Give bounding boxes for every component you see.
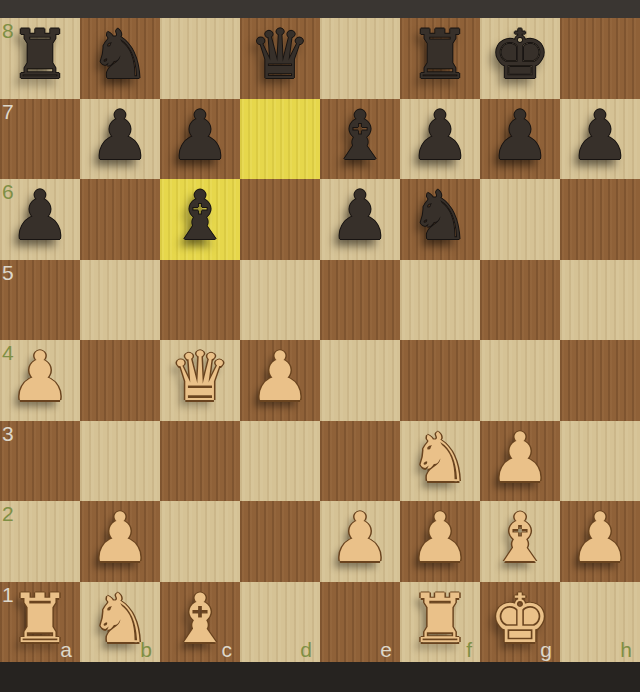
square-a3[interactable]: 3 xyxy=(0,421,80,502)
square-c3[interactable] xyxy=(160,421,240,502)
square-c6[interactable]: ♝ xyxy=(160,179,240,260)
square-c1[interactable]: c♝ xyxy=(160,582,240,663)
square-d5[interactable] xyxy=(240,260,320,341)
piece-black-bishop[interactable]: ♝ xyxy=(330,102,391,170)
square-g8[interactable]: ♚ xyxy=(480,18,560,99)
square-c8[interactable] xyxy=(160,18,240,99)
square-d8[interactable]: ♛ xyxy=(240,18,320,99)
file-label-e: e xyxy=(380,638,392,661)
piece-white-pawn[interactable]: ♟ xyxy=(90,504,151,572)
rank-label-8: 8 xyxy=(2,19,14,42)
square-f6[interactable]: ♞ xyxy=(400,179,480,260)
square-d3[interactable] xyxy=(240,421,320,502)
square-e3[interactable] xyxy=(320,421,400,502)
square-a1[interactable]: 1a♜ xyxy=(0,582,80,663)
file-label-b: b xyxy=(140,638,152,661)
rank-label-6: 6 xyxy=(2,180,14,203)
square-b6[interactable] xyxy=(80,179,160,260)
square-h3[interactable] xyxy=(560,421,640,502)
square-a2[interactable]: 2 xyxy=(0,501,80,582)
square-b5[interactable] xyxy=(80,260,160,341)
square-e5[interactable] xyxy=(320,260,400,341)
piece-white-pawn[interactable]: ♟ xyxy=(250,343,311,411)
square-e2[interactable]: ♟ xyxy=(320,501,400,582)
square-b4[interactable] xyxy=(80,340,160,421)
square-g2[interactable]: ♝ xyxy=(480,501,560,582)
square-b7[interactable]: ♟ xyxy=(80,99,160,180)
piece-white-pawn[interactable]: ♟ xyxy=(10,343,71,411)
square-h6[interactable] xyxy=(560,179,640,260)
square-a8[interactable]: 8♜ xyxy=(0,18,80,99)
square-f8[interactable]: ♜ xyxy=(400,18,480,99)
square-a5[interactable]: 5 xyxy=(0,260,80,341)
piece-white-pawn[interactable]: ♟ xyxy=(410,504,471,572)
square-h2[interactable]: ♟ xyxy=(560,501,640,582)
file-label-f: f xyxy=(466,638,472,661)
file-label-a: a xyxy=(60,638,72,661)
square-f4[interactable] xyxy=(400,340,480,421)
piece-white-bishop[interactable]: ♝ xyxy=(490,504,551,572)
piece-black-knight[interactable]: ♞ xyxy=(90,21,151,89)
piece-white-rook[interactable]: ♜ xyxy=(410,585,471,653)
square-f5[interactable] xyxy=(400,260,480,341)
square-f3[interactable]: ♞ xyxy=(400,421,480,502)
square-g1[interactable]: g♚ xyxy=(480,582,560,663)
file-label-d: d xyxy=(300,638,312,661)
square-g6[interactable] xyxy=(480,179,560,260)
square-h1[interactable]: h xyxy=(560,582,640,663)
square-d7[interactable] xyxy=(240,99,320,180)
piece-black-rook[interactable]: ♜ xyxy=(410,21,471,89)
piece-black-pawn[interactable]: ♟ xyxy=(490,102,551,170)
square-c2[interactable] xyxy=(160,501,240,582)
rank-label-3: 3 xyxy=(2,422,14,445)
square-c5[interactable] xyxy=(160,260,240,341)
square-b2[interactable]: ♟ xyxy=(80,501,160,582)
square-c4[interactable]: ♛ xyxy=(160,340,240,421)
chess-board[interactable]: 8♜♞♛♜♚7♟♟♝♟♟♟6♟♝♟♞54♟♛♟3♞♟2♟♟♟♝♟1a♜b♞c♝d… xyxy=(0,18,640,662)
piece-white-pawn[interactable]: ♟ xyxy=(490,424,551,492)
piece-black-queen[interactable]: ♛ xyxy=(250,21,311,89)
square-e8[interactable] xyxy=(320,18,400,99)
square-e4[interactable] xyxy=(320,340,400,421)
square-c7[interactable]: ♟ xyxy=(160,99,240,180)
square-f7[interactable]: ♟ xyxy=(400,99,480,180)
square-e6[interactable]: ♟ xyxy=(320,179,400,260)
rank-label-2: 2 xyxy=(2,502,14,525)
piece-black-pawn[interactable]: ♟ xyxy=(570,102,631,170)
piece-black-pawn[interactable]: ♟ xyxy=(330,182,391,250)
square-g5[interactable] xyxy=(480,260,560,341)
chess-app-screen: 8♜♞♛♜♚7♟♟♝♟♟♟6♟♝♟♞54♟♛♟3♞♟2♟♟♟♝♟1a♜b♞c♝d… xyxy=(0,0,640,692)
bottom-bar xyxy=(0,662,640,692)
piece-black-king[interactable]: ♚ xyxy=(490,21,551,89)
square-g4[interactable] xyxy=(480,340,560,421)
rank-label-1: 1 xyxy=(2,583,14,606)
rank-label-4: 4 xyxy=(2,341,14,364)
piece-black-rook[interactable]: ♜ xyxy=(10,21,71,89)
square-d6[interactable] xyxy=(240,179,320,260)
file-label-g: g xyxy=(540,638,552,661)
square-f2[interactable]: ♟ xyxy=(400,501,480,582)
square-b1[interactable]: b♞ xyxy=(80,582,160,663)
piece-white-pawn[interactable]: ♟ xyxy=(330,504,391,572)
piece-white-pawn[interactable]: ♟ xyxy=(570,504,631,572)
square-a7[interactable]: 7 xyxy=(0,99,80,180)
piece-black-bishop[interactable]: ♝ xyxy=(170,182,231,250)
piece-black-pawn[interactable]: ♟ xyxy=(10,182,71,250)
rank-label-5: 5 xyxy=(2,261,14,284)
square-a6[interactable]: 6♟ xyxy=(0,179,80,260)
piece-black-pawn[interactable]: ♟ xyxy=(170,102,231,170)
square-d4[interactable]: ♟ xyxy=(240,340,320,421)
square-b3[interactable] xyxy=(80,421,160,502)
square-e7[interactable]: ♝ xyxy=(320,99,400,180)
square-a4[interactable]: 4♟ xyxy=(0,340,80,421)
piece-white-knight[interactable]: ♞ xyxy=(410,424,471,492)
square-h4[interactable] xyxy=(560,340,640,421)
square-d1[interactable]: d xyxy=(240,582,320,663)
rank-label-7: 7 xyxy=(2,100,14,123)
square-h7[interactable]: ♟ xyxy=(560,99,640,180)
square-b8[interactable]: ♞ xyxy=(80,18,160,99)
square-f1[interactable]: f♜ xyxy=(400,582,480,663)
file-label-h: h xyxy=(620,638,632,661)
piece-black-pawn[interactable]: ♟ xyxy=(90,102,151,170)
square-g3[interactable]: ♟ xyxy=(480,421,560,502)
piece-white-queen[interactable]: ♛ xyxy=(170,343,231,411)
square-h8[interactable] xyxy=(560,18,640,99)
square-h5[interactable] xyxy=(560,260,640,341)
square-e1[interactable]: e xyxy=(320,582,400,663)
square-g7[interactable]: ♟ xyxy=(480,99,560,180)
file-label-c: c xyxy=(222,638,233,661)
piece-black-knight[interactable]: ♞ xyxy=(410,182,471,250)
piece-black-pawn[interactable]: ♟ xyxy=(410,102,471,170)
square-d2[interactable] xyxy=(240,501,320,582)
